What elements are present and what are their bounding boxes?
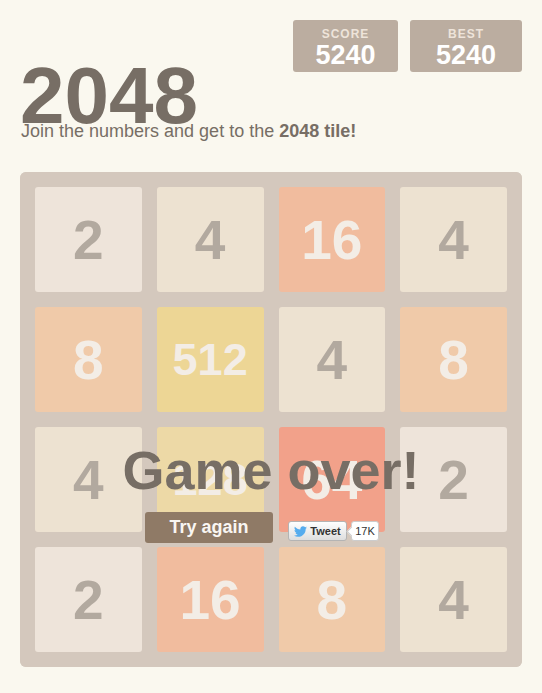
game-board: 24164851248412864221684 Game over! Try a… <box>20 172 522 667</box>
twitter-bird-icon <box>294 525 307 538</box>
game-over-message: Game over! <box>20 442 522 498</box>
score-value: 5240 <box>293 41 398 70</box>
best-value: 5240 <box>410 41 522 70</box>
tweet-button[interactable]: Tweet <box>288 521 347 541</box>
best-box: BEST 5240 <box>410 20 522 72</box>
game-intro-text: Join the numbers and get to the 2048 til… <box>21 121 356 142</box>
tweet-count-value: 17K <box>355 525 375 537</box>
try-again-button[interactable]: Try again <box>145 512 273 543</box>
tweet-button-label: Tweet <box>310 525 340 537</box>
game-intro-prefix: Join the numbers and get to the <box>21 121 279 141</box>
score-box: SCORE 5240 <box>293 20 398 72</box>
game-intro-goal: 2048 tile! <box>279 121 356 141</box>
tweet-count-badge[interactable]: 17K <box>351 521 379 541</box>
game-over-overlay: Game over! Try again Tweet 17K <box>20 172 522 667</box>
